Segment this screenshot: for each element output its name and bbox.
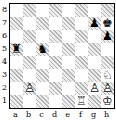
black-pawn: ♟ <box>101 30 114 43</box>
piece-glyph: ♟ <box>88 17 101 30</box>
piece-outline-glyph: ♘ <box>101 69 114 82</box>
white-pawn: ♟♙ <box>101 82 114 95</box>
white-pawn: ♟♙ <box>88 82 101 95</box>
square-g2[interactable]: ♟♙ <box>88 82 101 95</box>
square-b5[interactable] <box>23 43 36 56</box>
square-b2[interactable]: ♟♙ <box>23 82 36 95</box>
square-b6[interactable] <box>23 30 36 43</box>
rank-label-7: 7 <box>0 16 9 29</box>
square-a5[interactable]: ♜ <box>10 43 23 56</box>
square-e2[interactable] <box>62 82 75 95</box>
piece-outline-glyph: ♖ <box>75 95 88 108</box>
square-b8[interactable] <box>23 4 36 17</box>
black-knight: ♞ <box>36 43 49 56</box>
square-d2[interactable] <box>49 82 62 95</box>
square-g3[interactable] <box>88 69 101 82</box>
black-pawn: ♟ <box>88 17 101 30</box>
square-d4[interactable] <box>49 56 62 69</box>
square-h5[interactable] <box>101 43 114 56</box>
file-label-a: a <box>9 110 22 120</box>
square-e8[interactable] <box>62 4 75 17</box>
square-c4[interactable] <box>36 56 49 69</box>
square-g8[interactable] <box>88 4 101 17</box>
square-f5[interactable] <box>75 43 88 56</box>
square-a2[interactable] <box>10 82 23 95</box>
square-f6[interactable] <box>75 30 88 43</box>
file-label-f: f <box>74 110 87 120</box>
white-knight: ♞♘ <box>101 69 114 82</box>
piece-outline-glyph: ♔ <box>101 95 114 108</box>
rank-label-3: 3 <box>0 68 9 81</box>
square-g1[interactable] <box>88 95 101 108</box>
square-a7[interactable] <box>10 17 23 30</box>
rank-label-2: 2 <box>0 81 9 94</box>
square-c3[interactable] <box>36 69 49 82</box>
square-c5[interactable]: ♞ <box>36 43 49 56</box>
square-c2[interactable] <box>36 82 49 95</box>
rank-labels: 87654321 <box>0 3 9 107</box>
square-g6[interactable] <box>88 30 101 43</box>
square-f3[interactable] <box>75 69 88 82</box>
piece-glyph: ♜ <box>10 43 23 56</box>
square-h1[interactable]: ♚♔ <box>101 95 114 108</box>
file-label-b: b <box>22 110 35 120</box>
square-d7[interactable] <box>49 17 62 30</box>
square-c6[interactable] <box>36 30 49 43</box>
square-b3[interactable] <box>23 69 36 82</box>
piece-outline-glyph: ♙ <box>23 82 36 95</box>
white-king: ♚♔ <box>101 95 114 108</box>
square-e1[interactable] <box>62 95 75 108</box>
square-c1[interactable] <box>36 95 49 108</box>
square-g5[interactable] <box>88 43 101 56</box>
square-e4[interactable] <box>62 56 75 69</box>
square-d1[interactable] <box>49 95 62 108</box>
square-c7[interactable] <box>36 17 49 30</box>
piece-outline-glyph: ♙ <box>101 82 114 95</box>
square-f7[interactable] <box>75 17 88 30</box>
piece-glyph: ♚ <box>101 17 114 30</box>
square-d5[interactable] <box>49 43 62 56</box>
file-label-h: h <box>100 110 113 120</box>
rank-label-8: 8 <box>0 3 9 16</box>
square-e7[interactable] <box>62 17 75 30</box>
file-label-d: d <box>48 110 61 120</box>
black-rook: ♜ <box>10 43 23 56</box>
square-a6[interactable] <box>10 30 23 43</box>
rank-label-6: 6 <box>0 29 9 42</box>
chess-diagram: 87654321 ♟♚♟♜♞♞♘♟♙♟♙♟♙♜♖♚♔ abcdefgh <box>0 0 116 120</box>
square-h6[interactable]: ♟ <box>101 30 114 43</box>
chess-board: ♟♚♟♜♞♞♘♟♙♟♙♟♙♜♖♚♔ <box>9 3 115 109</box>
square-b4[interactable] <box>23 56 36 69</box>
square-b7[interactable] <box>23 17 36 30</box>
square-h2[interactable]: ♟♙ <box>101 82 114 95</box>
piece-glyph: ♞ <box>36 43 49 56</box>
square-h8[interactable] <box>101 4 114 17</box>
square-d8[interactable] <box>49 4 62 17</box>
square-g4[interactable] <box>88 56 101 69</box>
square-a1[interactable] <box>10 95 23 108</box>
square-d6[interactable] <box>49 30 62 43</box>
square-e3[interactable] <box>62 69 75 82</box>
square-d3[interactable] <box>49 69 62 82</box>
square-h7[interactable]: ♚ <box>101 17 114 30</box>
white-rook: ♜♖ <box>75 95 88 108</box>
square-a8[interactable] <box>10 4 23 17</box>
square-f4[interactable] <box>75 56 88 69</box>
piece-glyph: ♟ <box>101 30 114 43</box>
square-e5[interactable] <box>62 43 75 56</box>
file-label-e: e <box>61 110 74 120</box>
black-king: ♚ <box>101 17 114 30</box>
rank-label-5: 5 <box>0 42 9 55</box>
square-f2[interactable] <box>75 82 88 95</box>
square-a3[interactable] <box>10 69 23 82</box>
rank-label-4: 4 <box>0 55 9 68</box>
white-pawn: ♟♙ <box>23 82 36 95</box>
rank-label-1: 1 <box>0 94 9 107</box>
square-g7[interactable]: ♟ <box>88 17 101 30</box>
file-labels: abcdefgh <box>9 110 115 120</box>
square-a4[interactable] <box>10 56 23 69</box>
piece-outline-glyph: ♙ <box>88 82 101 95</box>
square-f1[interactable]: ♜♖ <box>75 95 88 108</box>
square-f8[interactable] <box>75 4 88 17</box>
square-b1[interactable] <box>23 95 36 108</box>
square-h3[interactable]: ♞♘ <box>101 69 114 82</box>
file-label-g: g <box>87 110 100 120</box>
file-label-c: c <box>35 110 48 120</box>
square-c8[interactable] <box>36 4 49 17</box>
square-h4[interactable] <box>101 56 114 69</box>
square-e6[interactable] <box>62 30 75 43</box>
